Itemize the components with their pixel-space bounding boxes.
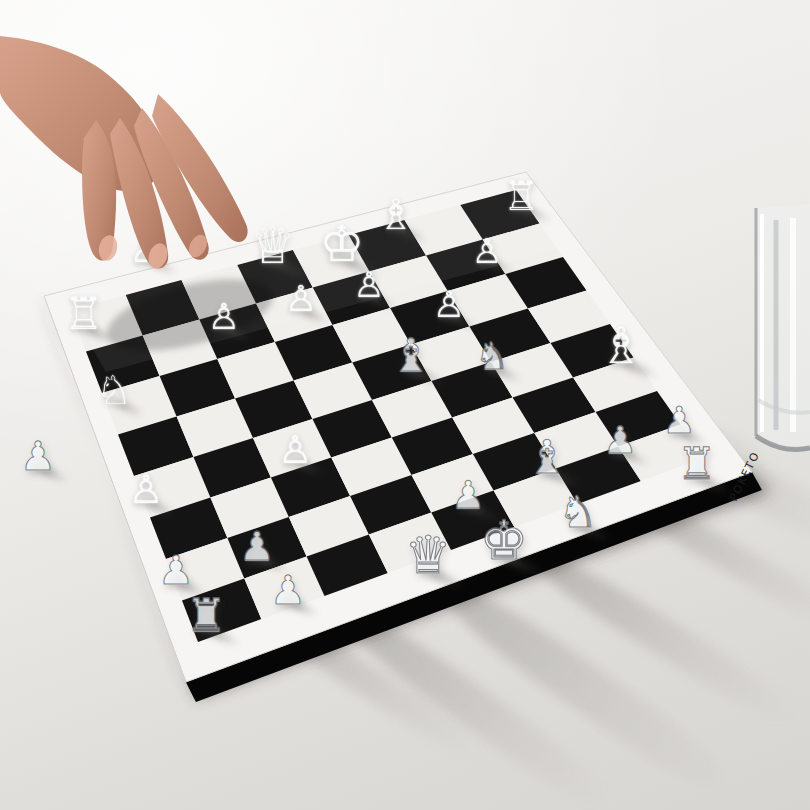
piece-white-pawn-a4[interactable]: ♙ [129,470,164,509]
piece-black-bishop-e5[interactable]: ♝ [390,332,431,378]
piece-white-king-e8[interactable]: ♔ [320,219,365,269]
piece-white-rook-a8[interactable]: ♖ [64,292,103,336]
piece-white-queen-d8[interactable]: ♕ [251,221,296,271]
water-glass [756,204,810,450]
piece-white-bishop-f8[interactable]: ♗ [377,194,415,236]
piece-white-pawn-d7[interactable]: ♙ [285,281,317,317]
piece-black-bishop-f2[interactable]: ♝ [526,434,567,480]
piece-black-knight-f1[interactable]: ♞ [558,490,597,534]
piece-black-pawn[interactable]: ♟ [20,436,56,476]
piece-black-pawn-b1[interactable]: ♟ [270,570,306,610]
piece-white-pawn-c4[interactable]: ♙ [278,431,312,469]
piece-black-pawn-a2[interactable]: ♟ [158,550,194,590]
piece-white-pawn[interactable]: ♙ [129,228,165,268]
piece-white-knight-a6[interactable]: ♘ [96,370,132,410]
piece-white-rook-h8[interactable]: ♖ [503,176,539,216]
piece-white-pawn-c7[interactable]: ♙ [208,299,240,335]
photo-scene: POKETO ♖♕♔♗♖♘♗♙♙♙♙♙♙♙♙♜♟♟♟♛♚♟♞♝♝♞♟♟♜♟ [0,0,810,810]
piece-black-pawn-b2[interactable]: ♟ [239,526,275,566]
piece-black-queen-d1[interactable]: ♛ [405,529,452,581]
piece-white-pawn-g7[interactable]: ♙ [472,234,502,268]
piece-black-rook-h1[interactable]: ♜ [677,442,716,486]
piece-black-rook-a1[interactable]: ♜ [185,592,226,638]
piece-white-pawn-e7[interactable]: ♙ [353,268,384,303]
piece-black-pawn-h2[interactable]: ♟ [662,402,695,439]
piece-white-bishop-h4[interactable]: ♗ [599,321,644,371]
piece-black-pawn-g2[interactable]: ♟ [603,421,637,459]
piece-black-king-e1[interactable]: ♚ [480,514,528,568]
piece-white-pawn-f6[interactable]: ♙ [433,287,465,323]
piece-black-knight-f4[interactable]: ♞ [475,337,509,375]
piece-black-pawn-e2[interactable]: ♟ [451,476,485,514]
